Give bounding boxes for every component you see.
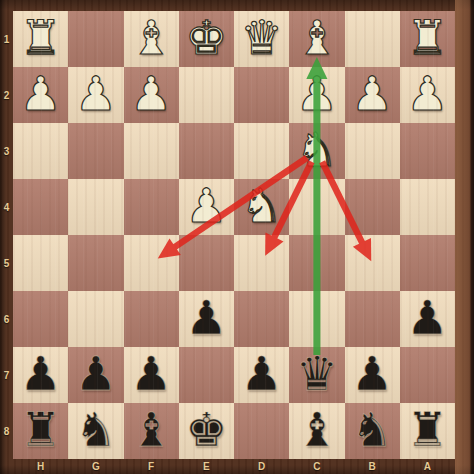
piece-black-pawn[interactable]: ♟: [75, 350, 117, 397]
file-label-c: C: [289, 459, 344, 474]
square-d5[interactable]: [234, 235, 289, 291]
file-label-f: F: [124, 459, 179, 474]
piece-white-pawn[interactable]: ♟: [130, 70, 172, 117]
square-f5[interactable]: [124, 235, 179, 291]
piece-black-knight[interactable]: ♞: [75, 406, 117, 453]
piece-white-rook[interactable]: ♜: [406, 14, 448, 61]
square-h8[interactable]: ♜: [13, 403, 68, 459]
piece-white-knight[interactable]: ♞: [241, 182, 283, 229]
square-g7[interactable]: ♟: [68, 347, 123, 403]
square-f3[interactable]: [124, 123, 179, 179]
rank-label-1: 1: [0, 11, 13, 67]
chess-board-diagram: ♜♝♚♛♝♜♟♟♟♟♟♟♞♟♞♟♟♟♟♟♟♛♟♜♞♝♚♝♞♜ 12345678 …: [0, 0, 474, 474]
square-e2[interactable]: [179, 67, 234, 123]
square-g5[interactable]: [68, 235, 123, 291]
square-e8[interactable]: ♚: [179, 403, 234, 459]
piece-white-pawn[interactable]: ♟: [406, 70, 448, 117]
square-f1[interactable]: ♝: [124, 11, 179, 67]
square-f8[interactable]: ♝: [124, 403, 179, 459]
square-c2[interactable]: ♟: [289, 67, 344, 123]
square-a3[interactable]: [400, 123, 455, 179]
piece-white-bishop[interactable]: ♝: [130, 14, 172, 61]
square-d1[interactable]: ♛: [234, 11, 289, 67]
square-c4[interactable]: [289, 179, 344, 235]
square-a2[interactable]: ♟: [400, 67, 455, 123]
square-c3[interactable]: ♞: [289, 123, 344, 179]
piece-black-bishop[interactable]: ♝: [130, 406, 172, 453]
square-a4[interactable]: [400, 179, 455, 235]
square-b8[interactable]: ♞: [345, 403, 400, 459]
square-f2[interactable]: ♟: [124, 67, 179, 123]
square-f6[interactable]: [124, 291, 179, 347]
square-a1[interactable]: ♜: [400, 11, 455, 67]
piece-white-pawn[interactable]: ♟: [20, 70, 62, 117]
file-labels: HGFEDCBA: [13, 459, 455, 474]
piece-black-pawn[interactable]: ♟: [406, 294, 448, 341]
square-h7[interactable]: ♟: [13, 347, 68, 403]
piece-black-knight[interactable]: ♞: [351, 406, 393, 453]
piece-black-pawn[interactable]: ♟: [20, 350, 62, 397]
square-g6[interactable]: [68, 291, 123, 347]
square-d6[interactable]: [234, 291, 289, 347]
square-h2[interactable]: ♟: [13, 67, 68, 123]
file-label-h: H: [13, 459, 68, 474]
piece-black-pawn[interactable]: ♟: [185, 294, 227, 341]
square-c8[interactable]: ♝: [289, 403, 344, 459]
file-label-b: B: [345, 459, 400, 474]
rank-label-4: 4: [0, 179, 13, 235]
piece-white-rook[interactable]: ♜: [20, 14, 62, 61]
piece-black-rook[interactable]: ♜: [406, 406, 448, 453]
square-b5[interactable]: [345, 235, 400, 291]
square-b1[interactable]: [345, 11, 400, 67]
square-a8[interactable]: ♜: [400, 403, 455, 459]
square-a5[interactable]: [400, 235, 455, 291]
square-d8[interactable]: [234, 403, 289, 459]
piece-white-bishop[interactable]: ♝: [296, 14, 338, 61]
square-a6[interactable]: ♟: [400, 291, 455, 347]
square-g3[interactable]: [68, 123, 123, 179]
square-a7[interactable]: [400, 347, 455, 403]
square-e6[interactable]: ♟: [179, 291, 234, 347]
rank-labels: 12345678: [0, 11, 13, 459]
square-e3[interactable]: [179, 123, 234, 179]
square-b6[interactable]: [345, 291, 400, 347]
square-g1[interactable]: [68, 11, 123, 67]
piece-white-knight[interactable]: ♞: [296, 126, 338, 173]
square-h6[interactable]: [13, 291, 68, 347]
piece-black-rook[interactable]: ♜: [20, 406, 62, 453]
piece-white-pawn[interactable]: ♟: [75, 70, 117, 117]
square-c5[interactable]: [289, 235, 344, 291]
piece-black-pawn[interactable]: ♟: [351, 350, 393, 397]
square-e5[interactable]: [179, 235, 234, 291]
square-b3[interactable]: [345, 123, 400, 179]
piece-white-queen[interactable]: ♛: [241, 14, 283, 61]
piece-black-pawn[interactable]: ♟: [241, 350, 283, 397]
chess-board[interactable]: ♜♝♚♛♝♜♟♟♟♟♟♟♞♟♞♟♟♟♟♟♟♛♟♜♞♝♚♝♞♜: [13, 11, 455, 459]
square-f7[interactable]: ♟: [124, 347, 179, 403]
square-g8[interactable]: ♞: [68, 403, 123, 459]
rank-label-6: 6: [0, 291, 13, 347]
file-label-d: D: [234, 459, 289, 474]
square-h1[interactable]: ♜: [13, 11, 68, 67]
square-g2[interactable]: ♟: [68, 67, 123, 123]
piece-black-bishop[interactable]: ♝: [296, 406, 338, 453]
rank-label-5: 5: [0, 235, 13, 291]
square-b2[interactable]: ♟: [345, 67, 400, 123]
square-d7[interactable]: ♟: [234, 347, 289, 403]
piece-black-king[interactable]: ♚: [185, 406, 227, 453]
square-e1[interactable]: ♚: [179, 11, 234, 67]
rank-label-2: 2: [0, 67, 13, 123]
square-e7[interactable]: [179, 347, 234, 403]
square-h5[interactable]: [13, 235, 68, 291]
rank-label-7: 7: [0, 347, 13, 403]
square-c6[interactable]: [289, 291, 344, 347]
square-d4[interactable]: ♞: [234, 179, 289, 235]
piece-black-queen[interactable]: ♛: [296, 350, 338, 397]
square-f4[interactable]: [124, 179, 179, 235]
square-d2[interactable]: [234, 67, 289, 123]
file-label-a: A: [400, 459, 455, 474]
piece-black-pawn[interactable]: ♟: [130, 350, 172, 397]
square-d3[interactable]: [234, 123, 289, 179]
square-h3[interactable]: [13, 123, 68, 179]
square-h4[interactable]: [13, 179, 68, 235]
square-g4[interactable]: [68, 179, 123, 235]
rank-label-3: 3: [0, 123, 13, 179]
square-b7[interactable]: ♟: [345, 347, 400, 403]
rank-label-8: 8: [0, 403, 13, 459]
piece-white-pawn[interactable]: ♟: [185, 182, 227, 229]
piece-white-king[interactable]: ♚: [185, 14, 227, 61]
square-c7[interactable]: ♛: [289, 347, 344, 403]
piece-white-pawn[interactable]: ♟: [296, 70, 338, 117]
file-label-g: G: [68, 459, 123, 474]
square-c1[interactable]: ♝: [289, 11, 344, 67]
square-b4[interactable]: [345, 179, 400, 235]
square-e4[interactable]: ♟: [179, 179, 234, 235]
piece-white-pawn[interactable]: ♟: [351, 70, 393, 117]
file-label-e: E: [179, 459, 234, 474]
